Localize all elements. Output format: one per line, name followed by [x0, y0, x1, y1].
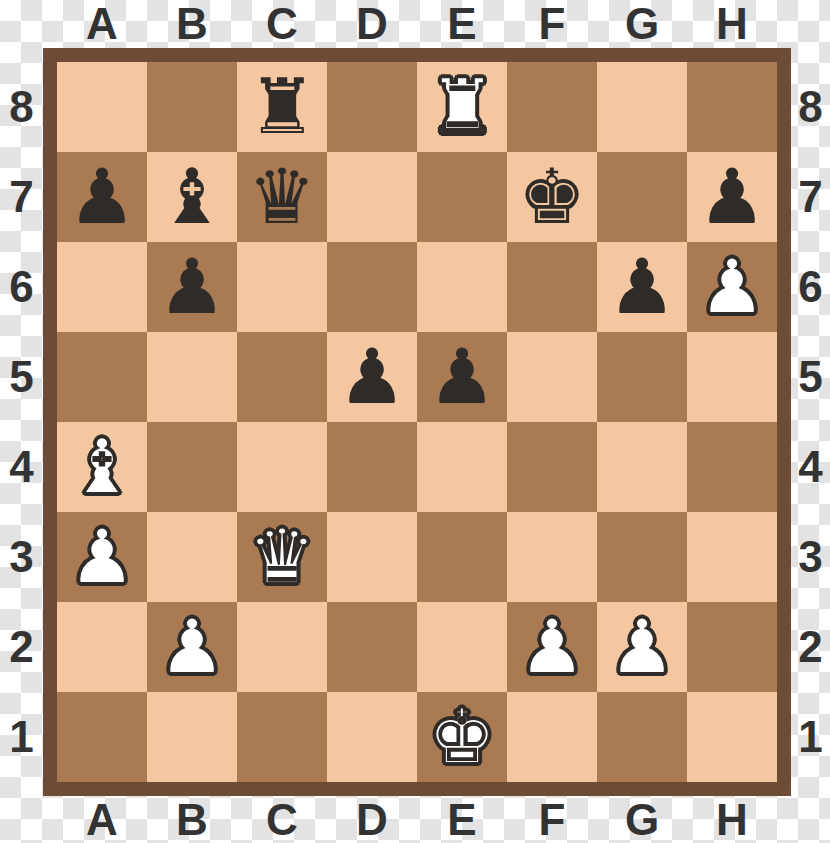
square-h2[interactable] [687, 602, 777, 692]
file-label-b: B [147, 796, 237, 843]
square-b8[interactable] [147, 62, 237, 152]
square-g3[interactable] [597, 512, 687, 602]
square-f8[interactable] [507, 62, 597, 152]
square-a1[interactable] [57, 692, 147, 782]
file-label-d: D [327, 796, 417, 843]
white-pawn-icon[interactable]: ♟ [68, 512, 136, 602]
file-label-h: H [687, 796, 777, 843]
square-f4[interactable] [507, 422, 597, 512]
square-c5[interactable] [237, 332, 327, 422]
rank-label-6: 6 [0, 242, 43, 332]
white-king-icon[interactable]: ♚ [428, 692, 496, 782]
square-g7[interactable] [597, 152, 687, 242]
black-pawn-icon[interactable]: ♟ [338, 332, 406, 422]
black-pawn-icon[interactable]: ♟ [68, 152, 136, 242]
square-f2[interactable]: ♟ [507, 602, 597, 692]
rank-label-8: 8 [0, 62, 43, 152]
square-d1[interactable] [327, 692, 417, 782]
white-pawn-icon[interactable]: ♟ [158, 602, 226, 692]
square-b6[interactable]: ♟ [147, 242, 237, 332]
square-f3[interactable] [507, 512, 597, 602]
white-rook-icon[interactable]: ♜ [428, 62, 496, 152]
square-b3[interactable] [147, 512, 237, 602]
square-c4[interactable] [237, 422, 327, 512]
square-a8[interactable] [57, 62, 147, 152]
file-label-h: H [687, 0, 777, 48]
square-g4[interactable] [597, 422, 687, 512]
square-d6[interactable] [327, 242, 417, 332]
square-g8[interactable] [597, 62, 687, 152]
square-b7[interactable]: ♝ [147, 152, 237, 242]
rank-labels-left: 87654321 [0, 62, 43, 782]
file-label-g: G [597, 796, 687, 843]
square-h7[interactable]: ♟ [687, 152, 777, 242]
file-label-a: A [57, 0, 147, 48]
white-pawn-icon[interactable]: ♟ [608, 602, 676, 692]
square-a3[interactable]: ♟ [57, 512, 147, 602]
white-queen-icon[interactable]: ♛ [248, 512, 316, 602]
square-c3[interactable]: ♛ [237, 512, 327, 602]
square-d5[interactable]: ♟ [327, 332, 417, 422]
square-b5[interactable] [147, 332, 237, 422]
square-b1[interactable] [147, 692, 237, 782]
square-c1[interactable] [237, 692, 327, 782]
rank-label-6: 6 [791, 242, 830, 332]
square-g1[interactable] [597, 692, 687, 782]
file-label-c: C [237, 0, 327, 48]
square-e5[interactable]: ♟ [417, 332, 507, 422]
square-f6[interactable] [507, 242, 597, 332]
file-label-f: F [507, 0, 597, 48]
square-e3[interactable] [417, 512, 507, 602]
rank-label-7: 7 [791, 152, 830, 242]
square-g6[interactable]: ♟ [597, 242, 687, 332]
square-d2[interactable] [327, 602, 417, 692]
chess-board: ♜♜♟♝♛♚♟♟♟♟♟♟♝♟♛♟♟♟♚ [43, 48, 791, 796]
file-label-e: E [417, 0, 507, 48]
rank-label-4: 4 [0, 422, 43, 512]
white-pawn-icon[interactable]: ♟ [698, 242, 766, 332]
file-labels-top: ABCDEFGH [57, 0, 777, 48]
square-a5[interactable] [57, 332, 147, 422]
rank-label-5: 5 [791, 332, 830, 422]
square-g5[interactable] [597, 332, 687, 422]
rank-label-5: 5 [0, 332, 43, 422]
rank-labels-right: 87654321 [791, 62, 830, 782]
square-a7[interactable]: ♟ [57, 152, 147, 242]
file-label-b: B [147, 0, 237, 48]
square-e1[interactable]: ♚ [417, 692, 507, 782]
rank-label-4: 4 [791, 422, 830, 512]
square-d4[interactable] [327, 422, 417, 512]
square-e7[interactable] [417, 152, 507, 242]
black-pawn-icon[interactable]: ♟ [158, 242, 226, 332]
square-a4[interactable]: ♝ [57, 422, 147, 512]
square-a2[interactable] [57, 602, 147, 692]
black-bishop-icon[interactable]: ♝ [158, 152, 226, 242]
file-label-d: D [327, 0, 417, 48]
square-d8[interactable] [327, 62, 417, 152]
square-h3[interactable] [687, 512, 777, 602]
rank-label-1: 1 [0, 692, 43, 782]
square-h5[interactable] [687, 332, 777, 422]
white-pawn-icon[interactable]: ♟ [518, 602, 586, 692]
black-pawn-icon[interactable]: ♟ [608, 242, 676, 332]
rank-label-2: 2 [0, 602, 43, 692]
white-bishop-icon[interactable]: ♝ [68, 422, 136, 512]
file-label-c: C [237, 796, 327, 843]
square-b2[interactable]: ♟ [147, 602, 237, 692]
square-h6[interactable]: ♟ [687, 242, 777, 332]
rank-label-1: 1 [791, 692, 830, 782]
file-label-e: E [417, 796, 507, 843]
square-c8[interactable]: ♜ [237, 62, 327, 152]
rank-label-8: 8 [791, 62, 830, 152]
square-e6[interactable] [417, 242, 507, 332]
square-d7[interactable] [327, 152, 417, 242]
square-f7[interactable]: ♚ [507, 152, 597, 242]
square-a6[interactable] [57, 242, 147, 332]
square-h8[interactable] [687, 62, 777, 152]
square-e4[interactable] [417, 422, 507, 512]
black-king-icon[interactable]: ♚ [518, 152, 586, 242]
square-e8[interactable]: ♜ [417, 62, 507, 152]
square-c2[interactable] [237, 602, 327, 692]
square-e2[interactable] [417, 602, 507, 692]
square-h4[interactable] [687, 422, 777, 512]
file-label-g: G [597, 0, 687, 48]
square-h1[interactable] [687, 692, 777, 782]
square-f1[interactable] [507, 692, 597, 782]
black-pawn-icon[interactable]: ♟ [428, 332, 496, 422]
black-queen-icon[interactable]: ♛ [248, 152, 316, 242]
black-pawn-icon[interactable]: ♟ [698, 152, 766, 242]
rank-label-3: 3 [0, 512, 43, 602]
black-rook-icon[interactable]: ♜ [248, 62, 316, 152]
square-c7[interactable]: ♛ [237, 152, 327, 242]
square-f5[interactable] [507, 332, 597, 422]
file-label-f: F [507, 796, 597, 843]
rank-label-7: 7 [0, 152, 43, 242]
file-labels-bottom: ABCDEFGH [57, 796, 777, 843]
square-g2[interactable]: ♟ [597, 602, 687, 692]
square-c6[interactable] [237, 242, 327, 332]
rank-label-3: 3 [791, 512, 830, 602]
square-d3[interactable] [327, 512, 417, 602]
square-b4[interactable] [147, 422, 237, 512]
file-label-a: A [57, 796, 147, 843]
rank-label-2: 2 [791, 602, 830, 692]
